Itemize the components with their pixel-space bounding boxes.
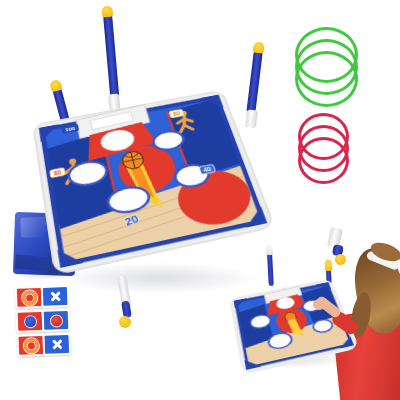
o-symbol [23, 338, 39, 354]
product-photo-stage: 100 80 60 40 20 [0, 0, 400, 400]
o-symbol [21, 290, 37, 306]
pole-yellow-tip [253, 41, 265, 53]
pole-white-tip [266, 244, 274, 255]
x-symbol [51, 338, 63, 350]
beanbag-blue-x [42, 333, 71, 356]
mini-board-pole [267, 252, 274, 286]
pole-yellow-tip [49, 79, 62, 92]
beanbag-red-o [15, 286, 44, 309]
leg-foot-ball [119, 316, 131, 328]
beanbag-blue-redball [42, 309, 71, 332]
red-ball-symbol [49, 314, 62, 327]
pole-yellow-tip [325, 260, 332, 271]
red-ring [298, 137, 349, 184]
beanbag-blue-x [41, 285, 70, 308]
beanbag-red-o [16, 334, 45, 357]
right-pole-pipe [245, 109, 258, 128]
blue-ball-symbol [23, 315, 36, 328]
main-board-art: 100 80 60 40 20 [32, 89, 276, 275]
pole-yellow-tip [101, 6, 113, 18]
top-corner-pole [103, 14, 119, 100]
right-corner-pole [246, 49, 263, 114]
girl-hand [313, 299, 325, 310]
beanbag-red-blueball [16, 310, 45, 333]
leg-foot-ball [335, 254, 346, 265]
green-ring [295, 51, 358, 107]
beanbag-grid [15, 285, 67, 357]
main-toss-board: 100 80 60 40 20 [32, 89, 276, 275]
x-symbol [49, 290, 61, 302]
